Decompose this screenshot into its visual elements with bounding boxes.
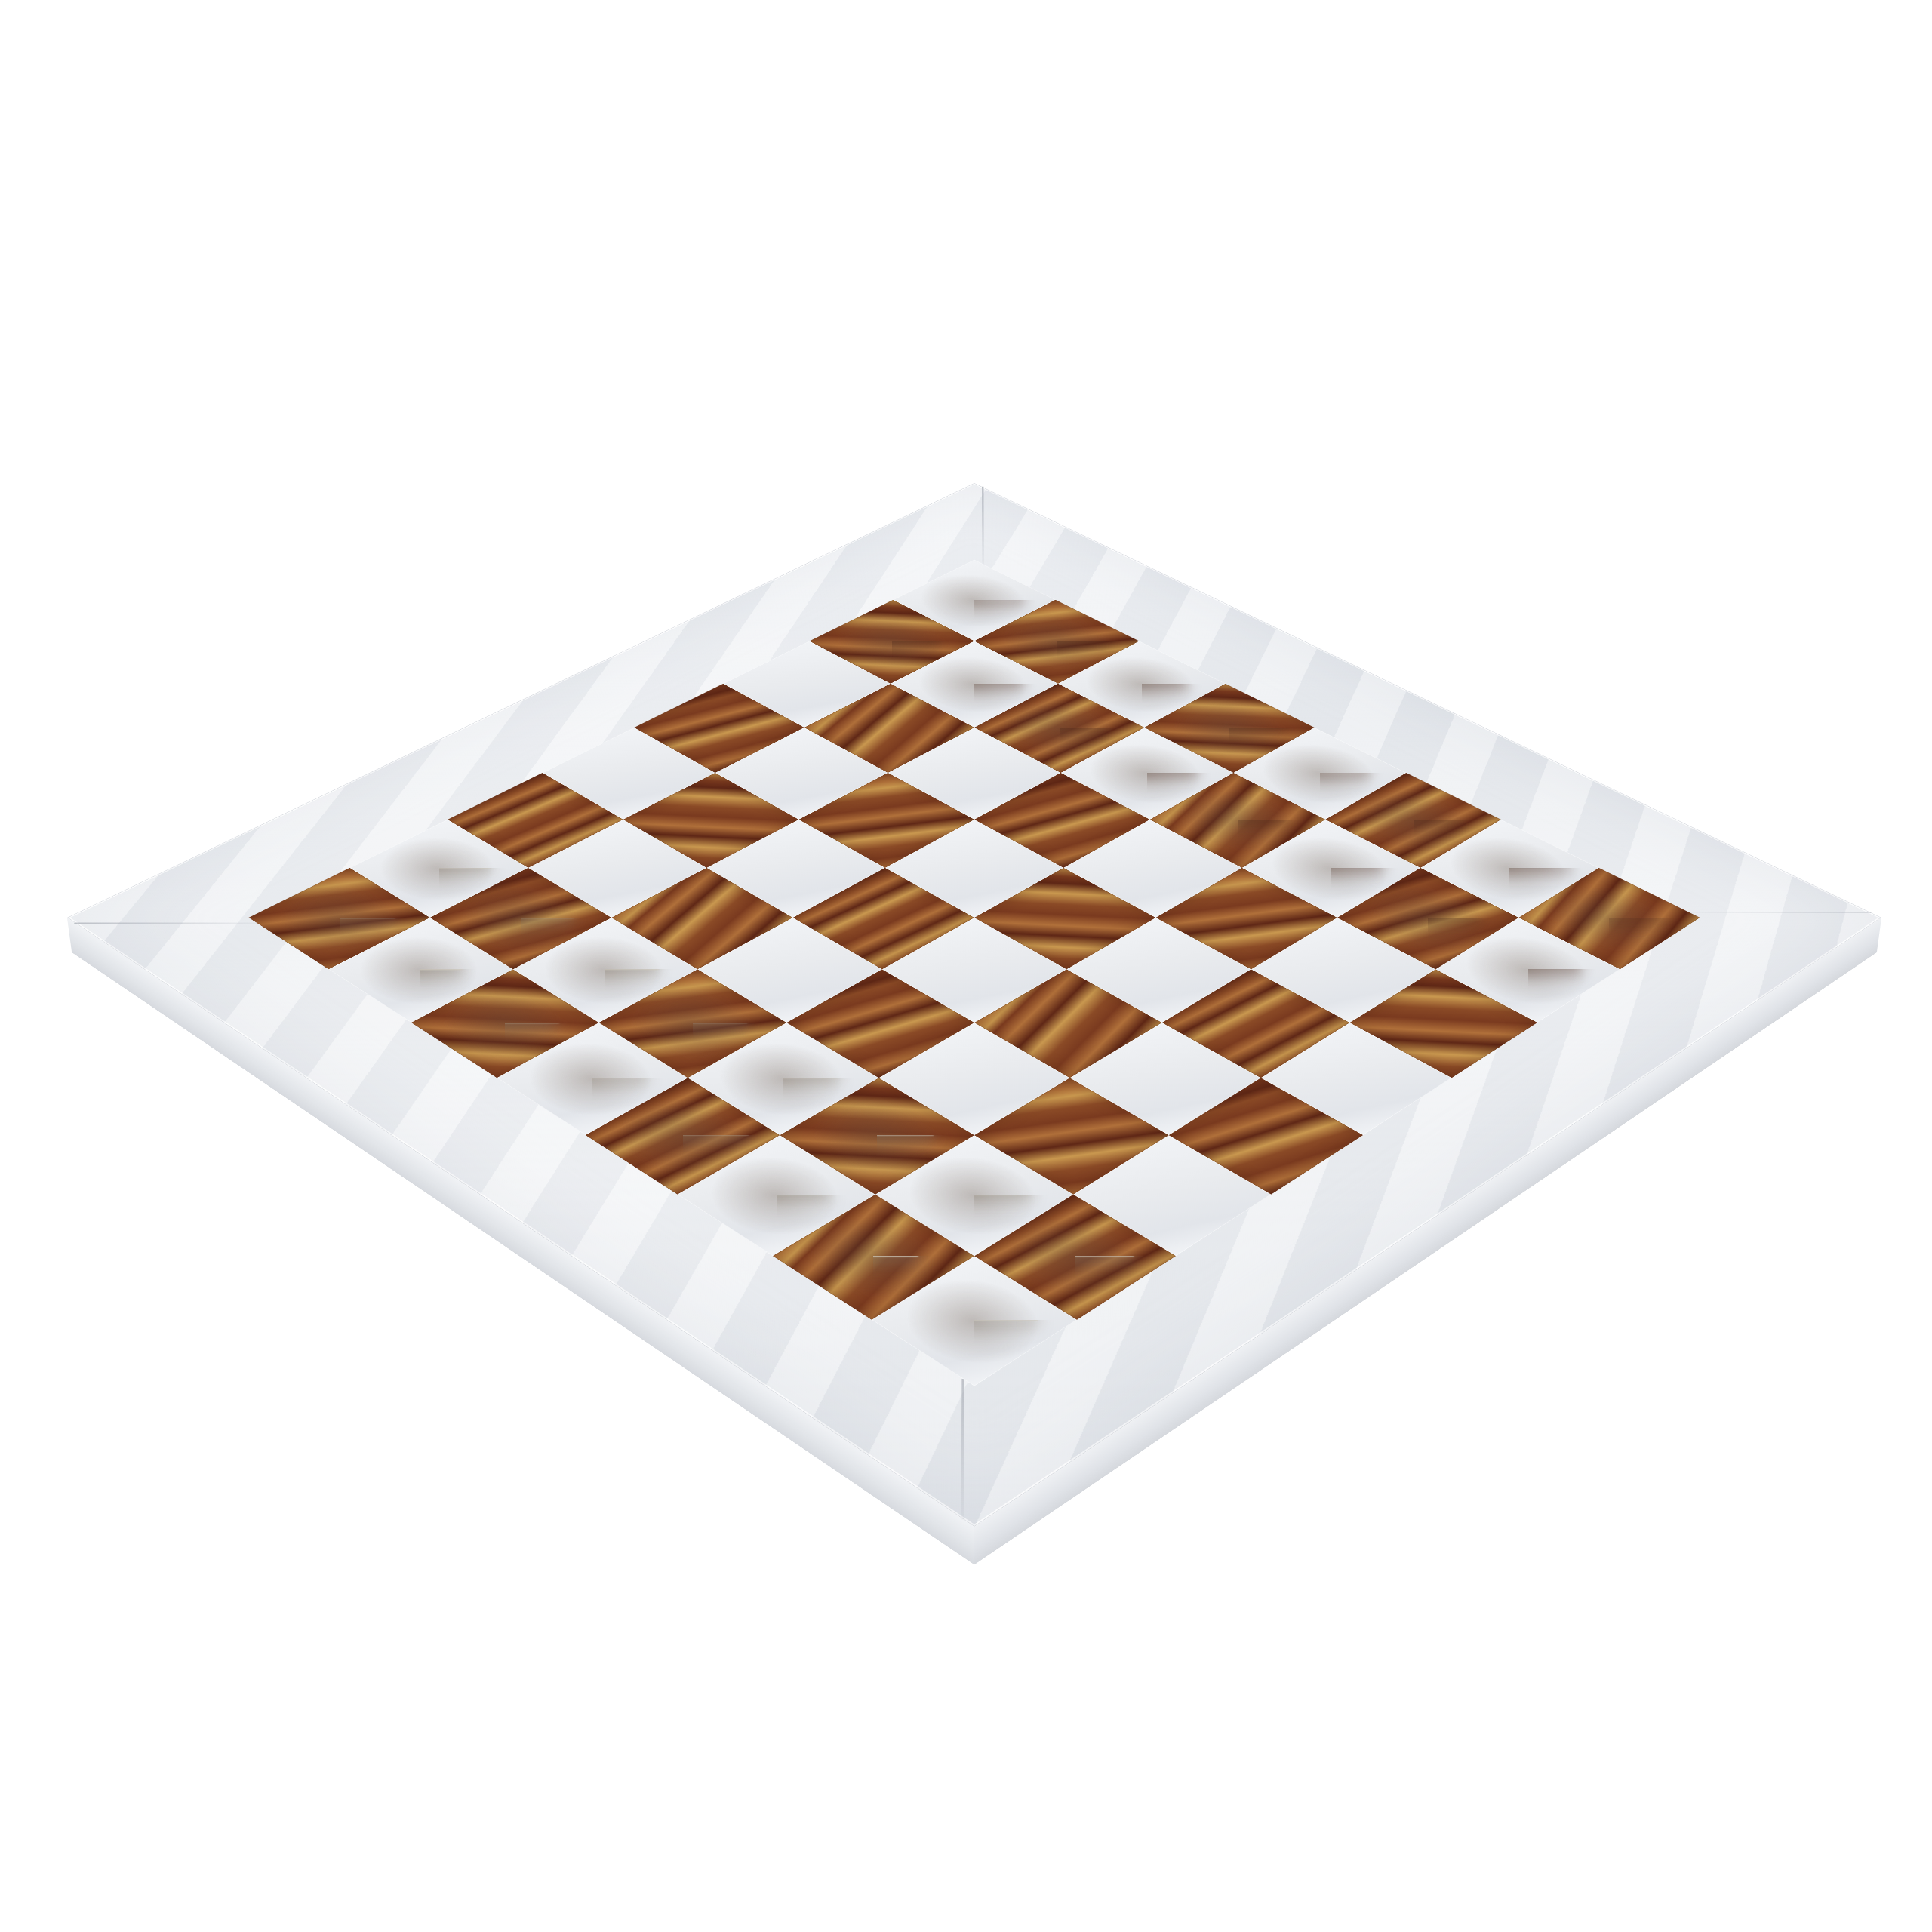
chess-board: ♜♞♝♚♛♝♞♜♟♟♟♟♟♟♟♟♟♟♟♟♟♟♟♟♜♞♝♛♚♝♞♜ (67, 483, 1881, 1527)
brown-pawn-glyph: ♟ (1446, 734, 1610, 1011)
product-photo: ♜♞♝♚♛♝♞♜♟♟♟♟♟♟♟♟♟♟♟♟♟♟♟♟♜♞♝♛♚♝♞♜ (0, 0, 1932, 1932)
scene: ♜♞♝♚♛♝♞♜♟♟♟♟♟♟♟♟♟♟♟♟♟♟♟♟♜♞♝♛♚♝♞♜ (0, 0, 1932, 1932)
